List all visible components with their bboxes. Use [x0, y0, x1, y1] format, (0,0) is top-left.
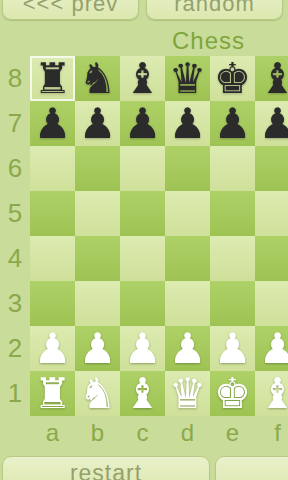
white-bishop[interactable]: ♝: [259, 373, 288, 415]
square-f1[interactable]: ♝: [255, 371, 288, 416]
square-d5[interactable]: [165, 191, 210, 236]
square-e3[interactable]: [210, 281, 255, 326]
white-knight[interactable]: ♞: [79, 373, 117, 415]
board-grid: ♜♞♝♛♚♝♞♜♟♟♟♟♟♟♟♟♟♟♟♟♟♟♟♟♜♞♝♛♚♝♞♜: [30, 56, 288, 416]
black-pawn[interactable]: ♟: [214, 103, 252, 145]
square-e4[interactable]: [210, 236, 255, 281]
square-f8[interactable]: ♝: [255, 56, 288, 101]
square-c5[interactable]: [120, 191, 165, 236]
square-c6[interactable]: [120, 146, 165, 191]
file-label-e: e: [210, 419, 255, 447]
white-bishop[interactable]: ♝: [124, 373, 162, 415]
rank-label-7: 7: [0, 101, 30, 146]
square-c8[interactable]: ♝: [120, 56, 165, 101]
chess-board: ♜♞♝♛♚♝♞♜♟♟♟♟♟♟♟♟♟♟♟♟♟♟♟♟♜♞♝♛♚♝♞♜: [30, 56, 288, 416]
square-e1[interactable]: ♚: [210, 371, 255, 416]
rank-label-8: 8: [0, 56, 30, 101]
square-b8[interactable]: ♞: [75, 56, 120, 101]
file-label-b: b: [75, 419, 120, 447]
black-queen[interactable]: ♛: [169, 58, 207, 100]
rank-label-3: 3: [0, 281, 30, 326]
white-pawn[interactable]: ♟: [34, 328, 72, 370]
black-pawn[interactable]: ♟: [34, 103, 72, 145]
prev-button[interactable]: <<< prev: [2, 0, 139, 20]
rank-label-4: 4: [0, 236, 30, 281]
app-screen: <<< prev random Chess 87654321 ♜♞♝♛♚♝♞♜♟…: [0, 0, 288, 480]
square-f5[interactable]: [255, 191, 288, 236]
square-e8[interactable]: ♚: [210, 56, 255, 101]
square-e6[interactable]: [210, 146, 255, 191]
rank-label-6: 6: [0, 146, 30, 191]
black-bishop[interactable]: ♝: [124, 58, 162, 100]
square-d2[interactable]: ♟: [165, 326, 210, 371]
square-f3[interactable]: [255, 281, 288, 326]
square-c2[interactable]: ♟: [120, 326, 165, 371]
rank-label-2: 2: [0, 326, 30, 371]
rank-label-5: 5: [0, 191, 30, 236]
file-label-a: a: [30, 419, 75, 447]
square-f4[interactable]: [255, 236, 288, 281]
square-c4[interactable]: [120, 236, 165, 281]
square-a2[interactable]: ♟: [30, 326, 75, 371]
white-queen[interactable]: ♛: [169, 373, 207, 415]
random-button-label: random: [174, 0, 255, 17]
white-pawn[interactable]: ♟: [79, 328, 117, 370]
prev-button-label: <<< prev: [23, 0, 118, 17]
square-d3[interactable]: [165, 281, 210, 326]
square-d6[interactable]: [165, 146, 210, 191]
square-f6[interactable]: [255, 146, 288, 191]
black-rook[interactable]: ♜: [34, 58, 72, 100]
black-bishop[interactable]: ♝: [259, 58, 288, 100]
black-pawn[interactable]: ♟: [259, 103, 288, 145]
square-e2[interactable]: ♟: [210, 326, 255, 371]
square-b1[interactable]: ♞: [75, 371, 120, 416]
square-a7[interactable]: ♟: [30, 101, 75, 146]
white-rook[interactable]: ♜: [34, 373, 72, 415]
black-pawn[interactable]: ♟: [79, 103, 117, 145]
square-a1[interactable]: ♜: [30, 371, 75, 416]
square-a8[interactable]: ♜: [30, 56, 75, 101]
square-c7[interactable]: ♟: [120, 101, 165, 146]
file-labels: abcdef: [30, 419, 288, 447]
square-a4[interactable]: [30, 236, 75, 281]
square-c3[interactable]: [120, 281, 165, 326]
square-d1[interactable]: ♛: [165, 371, 210, 416]
rank-labels: 87654321: [0, 56, 30, 416]
square-d8[interactable]: ♛: [165, 56, 210, 101]
square-f2[interactable]: ♟: [255, 326, 288, 371]
black-king[interactable]: ♚: [214, 58, 252, 100]
white-king[interactable]: ♚: [214, 373, 252, 415]
rank-label-1: 1: [0, 371, 30, 416]
restart-button[interactable]: restart: [2, 456, 210, 480]
square-a5[interactable]: [30, 191, 75, 236]
square-e5[interactable]: [210, 191, 255, 236]
white-pawn[interactable]: ♟: [259, 328, 288, 370]
file-label-d: d: [165, 419, 210, 447]
black-pawn[interactable]: ♟: [169, 103, 207, 145]
white-pawn[interactable]: ♟: [214, 328, 252, 370]
square-d7[interactable]: ♟: [165, 101, 210, 146]
square-c1[interactable]: ♝: [120, 371, 165, 416]
square-a3[interactable]: [30, 281, 75, 326]
white-pawn[interactable]: ♟: [124, 328, 162, 370]
black-knight[interactable]: ♞: [79, 58, 117, 100]
square-b6[interactable]: [75, 146, 120, 191]
bottom-right-button[interactable]: [215, 456, 288, 480]
random-button[interactable]: random: [146, 0, 283, 20]
black-pawn[interactable]: ♟: [124, 103, 162, 145]
square-b5[interactable]: [75, 191, 120, 236]
page-title: Chess: [172, 27, 245, 55]
square-e7[interactable]: ♟: [210, 101, 255, 146]
square-b7[interactable]: ♟: [75, 101, 120, 146]
square-a6[interactable]: [30, 146, 75, 191]
file-label-f: f: [255, 419, 288, 447]
square-d4[interactable]: [165, 236, 210, 281]
square-b4[interactable]: [75, 236, 120, 281]
square-b3[interactable]: [75, 281, 120, 326]
restart-button-label: restart: [70, 460, 142, 480]
square-f7[interactable]: ♟: [255, 101, 288, 146]
white-pawn[interactable]: ♟: [169, 328, 207, 370]
square-b2[interactable]: ♟: [75, 326, 120, 371]
file-label-c: c: [120, 419, 165, 447]
